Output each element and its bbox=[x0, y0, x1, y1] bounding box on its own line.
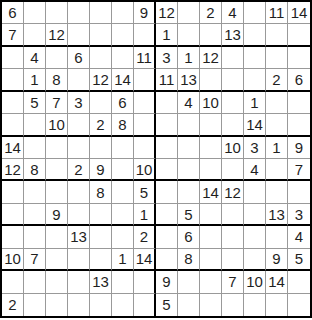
cell-r12-c6[interactable]: 1 bbox=[112, 249, 134, 271]
cell-r8-c5[interactable]: 9 bbox=[90, 159, 112, 181]
cell-r9-c1[interactable] bbox=[2, 181, 24, 203]
cell-r1-c13[interactable]: 11 bbox=[266, 2, 288, 24]
cell-r13-c4[interactable] bbox=[68, 271, 90, 293]
cell-r1-c12[interactable] bbox=[244, 2, 266, 24]
cell-r12-c2[interactable]: 7 bbox=[24, 249, 46, 271]
cell-r8-c13[interactable] bbox=[266, 159, 288, 181]
cell-r1-c4[interactable] bbox=[68, 2, 90, 24]
cell-r6-c9[interactable] bbox=[178, 114, 200, 136]
cell-r1-c2[interactable] bbox=[24, 2, 46, 24]
cell-r1-c9[interactable] bbox=[178, 2, 200, 24]
cell-r9-c3[interactable] bbox=[46, 181, 68, 203]
cell-r4-c3[interactable]: 8 bbox=[46, 69, 68, 91]
cell-r13-c13[interactable]: 14 bbox=[266, 271, 288, 293]
cell-r14-c9[interactable] bbox=[178, 294, 200, 316]
cell-r8-c12[interactable]: 4 bbox=[244, 159, 266, 181]
cell-r1-c10[interactable]: 2 bbox=[200, 2, 222, 24]
cell-r4-c4[interactable] bbox=[68, 69, 90, 91]
cell-r11-c7[interactable]: 2 bbox=[134, 226, 156, 248]
cell-r4-c5[interactable]: 12 bbox=[90, 69, 112, 91]
cell-r13-c2[interactable] bbox=[24, 271, 46, 293]
cell-r7-c11[interactable]: 10 bbox=[222, 137, 244, 159]
cell-r11-c12[interactable] bbox=[244, 226, 266, 248]
cell-r2-c12[interactable] bbox=[244, 24, 266, 46]
cell-r3-c4[interactable]: 6 bbox=[68, 47, 90, 69]
cell-r8-c10[interactable] bbox=[200, 159, 222, 181]
cell-r12-c11[interactable] bbox=[222, 249, 244, 271]
cell-r4-c12[interactable] bbox=[244, 69, 266, 91]
cell-r12-c4[interactable] bbox=[68, 249, 90, 271]
cell-r10-c7[interactable]: 1 bbox=[134, 204, 156, 226]
cell-r12-c12[interactable] bbox=[244, 249, 266, 271]
cell-r14-c5[interactable] bbox=[90, 294, 112, 316]
cell-r9-c12[interactable] bbox=[244, 181, 266, 203]
cell-r11-c5[interactable] bbox=[90, 226, 112, 248]
cell-r7-c2[interactable] bbox=[24, 137, 46, 159]
cell-r11-c4[interactable]: 13 bbox=[68, 226, 90, 248]
cell-r9-c6[interactable] bbox=[112, 181, 134, 203]
cell-r14-c6[interactable] bbox=[112, 294, 134, 316]
cell-r13-c8[interactable]: 9 bbox=[156, 271, 178, 293]
cell-r1-c7[interactable]: 9 bbox=[134, 2, 156, 24]
cell-r1-c6[interactable] bbox=[112, 2, 134, 24]
cell-r12-c1[interactable]: 10 bbox=[2, 249, 24, 271]
cell-r13-c5[interactable]: 13 bbox=[90, 271, 112, 293]
cell-r11-c13[interactable] bbox=[266, 226, 288, 248]
cell-r14-c4[interactable] bbox=[68, 294, 90, 316]
cell-r12-c9[interactable]: 8 bbox=[178, 249, 200, 271]
cell-r5-c12[interactable]: 1 bbox=[244, 92, 266, 114]
cell-r6-c7[interactable] bbox=[134, 114, 156, 136]
cell-r5-c6[interactable]: 6 bbox=[112, 92, 134, 114]
cell-r12-c14[interactable]: 5 bbox=[288, 249, 310, 271]
cell-r7-c8[interactable] bbox=[156, 137, 178, 159]
cell-r10-c5[interactable] bbox=[90, 204, 112, 226]
cell-r2-c9[interactable] bbox=[178, 24, 200, 46]
cell-r6-c11[interactable] bbox=[222, 114, 244, 136]
cell-r3-c12[interactable] bbox=[244, 47, 266, 69]
cell-r5-c1[interactable] bbox=[2, 92, 24, 114]
cell-r14-c2[interactable] bbox=[24, 294, 46, 316]
cell-r6-c8[interactable] bbox=[156, 114, 178, 136]
cell-r11-c3[interactable] bbox=[46, 226, 68, 248]
cell-r14-c14[interactable] bbox=[288, 294, 310, 316]
cell-r9-c4[interactable] bbox=[68, 181, 90, 203]
cell-r8-c3[interactable] bbox=[46, 159, 68, 181]
cell-r4-c14[interactable]: 6 bbox=[288, 69, 310, 91]
cell-r1-c14[interactable]: 14 bbox=[288, 2, 310, 24]
cell-r7-c12[interactable]: 3 bbox=[244, 137, 266, 159]
cell-r1-c5[interactable] bbox=[90, 2, 112, 24]
cell-r7-c7[interactable] bbox=[134, 137, 156, 159]
cell-r4-c2[interactable]: 1 bbox=[24, 69, 46, 91]
cell-r8-c9[interactable] bbox=[178, 159, 200, 181]
cell-r14-c3[interactable] bbox=[46, 294, 68, 316]
cell-r4-c6[interactable]: 14 bbox=[112, 69, 134, 91]
cell-r13-c11[interactable]: 7 bbox=[222, 271, 244, 293]
cell-r14-c8[interactable]: 5 bbox=[156, 294, 178, 316]
cell-r4-c8[interactable]: 11 bbox=[156, 69, 178, 91]
cell-r6-c6[interactable]: 8 bbox=[112, 114, 134, 136]
cell-r6-c4[interactable] bbox=[68, 114, 90, 136]
cell-r6-c2[interactable] bbox=[24, 114, 46, 136]
cell-r8-c14[interactable]: 7 bbox=[288, 159, 310, 181]
sudoku-board: 6912241114712113461131121812141113265736… bbox=[0, 0, 312, 318]
cell-r4-c11[interactable] bbox=[222, 69, 244, 91]
cell-r10-c2[interactable] bbox=[24, 204, 46, 226]
cell-r10-c6[interactable] bbox=[112, 204, 134, 226]
cell-r14-c10[interactable] bbox=[200, 294, 222, 316]
cell-r10-c4[interactable] bbox=[68, 204, 90, 226]
cell-r8-c6[interactable] bbox=[112, 159, 134, 181]
cell-r4-c9[interactable]: 13 bbox=[178, 69, 200, 91]
cell-r7-c4[interactable] bbox=[68, 137, 90, 159]
cell-r9-c2[interactable] bbox=[24, 181, 46, 203]
cell-r7-c10[interactable] bbox=[200, 137, 222, 159]
cell-r5-c4[interactable]: 3 bbox=[68, 92, 90, 114]
cell-r5-c9[interactable]: 4 bbox=[178, 92, 200, 114]
cell-r3-c6[interactable] bbox=[112, 47, 134, 69]
cell-r10-c14[interactable]: 3 bbox=[288, 204, 310, 226]
cell-r10-c11[interactable] bbox=[222, 204, 244, 226]
cell-r11-c1[interactable] bbox=[2, 226, 24, 248]
cell-r8-c7[interactable]: 10 bbox=[134, 159, 156, 181]
cell-r9-c10[interactable]: 14 bbox=[200, 181, 222, 203]
cell-r3-c9[interactable]: 1 bbox=[178, 47, 200, 69]
cell-r5-c13[interactable] bbox=[266, 92, 288, 114]
cell-r7-c6[interactable] bbox=[112, 137, 134, 159]
cell-r5-c7[interactable] bbox=[134, 92, 156, 114]
cell-r13-c9[interactable] bbox=[178, 271, 200, 293]
cell-r3-c8[interactable]: 3 bbox=[156, 47, 178, 69]
cell-r2-c5[interactable] bbox=[90, 24, 112, 46]
cell-r13-c7[interactable] bbox=[134, 271, 156, 293]
cell-r12-c10[interactable] bbox=[200, 249, 222, 271]
cell-r2-c13[interactable] bbox=[266, 24, 288, 46]
cell-r11-c10[interactable] bbox=[200, 226, 222, 248]
cell-r11-c6[interactable] bbox=[112, 226, 134, 248]
cell-r12-c8[interactable] bbox=[156, 249, 178, 271]
cell-r14-c13[interactable] bbox=[266, 294, 288, 316]
cell-r2-c1[interactable]: 7 bbox=[2, 24, 24, 46]
cell-r6-c1[interactable] bbox=[2, 114, 24, 136]
cell-r14-c12[interactable] bbox=[244, 294, 266, 316]
cell-r13-c3[interactable] bbox=[46, 271, 68, 293]
cell-r10-c3[interactable]: 9 bbox=[46, 204, 68, 226]
cell-r2-c10[interactable] bbox=[200, 24, 222, 46]
cell-r3-c10[interactable]: 12 bbox=[200, 47, 222, 69]
cell-r5-c8[interactable] bbox=[156, 92, 178, 114]
cell-r3-c11[interactable] bbox=[222, 47, 244, 69]
cell-r3-c2[interactable]: 4 bbox=[24, 47, 46, 69]
cell-r10-c13[interactable]: 13 bbox=[266, 204, 288, 226]
cell-r3-c7[interactable]: 11 bbox=[134, 47, 156, 69]
cell-r10-c1[interactable] bbox=[2, 204, 24, 226]
cell-r12-c7[interactable]: 14 bbox=[134, 249, 156, 271]
cell-r13-c14[interactable] bbox=[288, 271, 310, 293]
cell-r3-c3[interactable] bbox=[46, 47, 68, 69]
cell-r8-c1[interactable]: 12 bbox=[2, 159, 24, 181]
cell-r9-c9[interactable] bbox=[178, 181, 200, 203]
cell-r9-c5[interactable]: 8 bbox=[90, 181, 112, 203]
cell-r10-c9[interactable]: 5 bbox=[178, 204, 200, 226]
cell-r10-c12[interactable] bbox=[244, 204, 266, 226]
cell-r5-c3[interactable]: 7 bbox=[46, 92, 68, 114]
cell-r12-c3[interactable] bbox=[46, 249, 68, 271]
cell-r4-c7[interactable] bbox=[134, 69, 156, 91]
cell-r13-c12[interactable]: 10 bbox=[244, 271, 266, 293]
cell-r3-c1[interactable] bbox=[2, 47, 24, 69]
cell-r7-c3[interactable] bbox=[46, 137, 68, 159]
cell-r5-c10[interactable]: 10 bbox=[200, 92, 222, 114]
cell-r13-c10[interactable] bbox=[200, 271, 222, 293]
cell-r14-c7[interactable] bbox=[134, 294, 156, 316]
cell-r9-c11[interactable]: 12 bbox=[222, 181, 244, 203]
cell-r8-c11[interactable] bbox=[222, 159, 244, 181]
cell-r14-c1[interactable]: 2 bbox=[2, 294, 24, 316]
cell-r6-c10[interactable] bbox=[200, 114, 222, 136]
cell-r3-c5[interactable] bbox=[90, 47, 112, 69]
cell-r11-c11[interactable] bbox=[222, 226, 244, 248]
cell-r2-c8[interactable]: 1 bbox=[156, 24, 178, 46]
cell-r8-c8[interactable] bbox=[156, 159, 178, 181]
cell-r10-c10[interactable] bbox=[200, 204, 222, 226]
cell-r1-c11[interactable]: 4 bbox=[222, 2, 244, 24]
cell-r2-c11[interactable]: 13 bbox=[222, 24, 244, 46]
cell-r11-c2[interactable] bbox=[24, 226, 46, 248]
cell-r6-c13[interactable] bbox=[266, 114, 288, 136]
cell-r14-c11[interactable] bbox=[222, 294, 244, 316]
cell-r13-c1[interactable] bbox=[2, 271, 24, 293]
cell-r1-c1[interactable]: 6 bbox=[2, 2, 24, 24]
cell-r2-c2[interactable] bbox=[24, 24, 46, 46]
cell-r1-c8[interactable]: 12 bbox=[156, 2, 178, 24]
cell-r2-c14[interactable] bbox=[288, 24, 310, 46]
cell-r3-c14[interactable] bbox=[288, 47, 310, 69]
cell-r6-c14[interactable] bbox=[288, 114, 310, 136]
cell-r5-c2[interactable]: 5 bbox=[24, 92, 46, 114]
cell-r9-c14[interactable] bbox=[288, 181, 310, 203]
cell-r5-c11[interactable] bbox=[222, 92, 244, 114]
cell-r9-c7[interactable]: 5 bbox=[134, 181, 156, 203]
cell-r4-c10[interactable] bbox=[200, 69, 222, 91]
cell-r3-c13[interactable] bbox=[266, 47, 288, 69]
cell-r2-c7[interactable] bbox=[134, 24, 156, 46]
cell-r4-c13[interactable]: 2 bbox=[266, 69, 288, 91]
cell-r6-c12[interactable]: 14 bbox=[244, 114, 266, 136]
cell-r8-c4[interactable]: 2 bbox=[68, 159, 90, 181]
cell-r4-c1[interactable] bbox=[2, 69, 24, 91]
cell-r11-c14[interactable]: 4 bbox=[288, 226, 310, 248]
cell-r9-c8[interactable] bbox=[156, 181, 178, 203]
cell-r7-c14[interactable]: 9 bbox=[288, 137, 310, 159]
cell-r6-c3[interactable]: 10 bbox=[46, 114, 68, 136]
cell-r13-c6[interactable] bbox=[112, 271, 134, 293]
cell-r10-c8[interactable] bbox=[156, 204, 178, 226]
cell-r7-c13[interactable]: 1 bbox=[266, 137, 288, 159]
cell-r11-c9[interactable]: 6 bbox=[178, 226, 200, 248]
cell-r7-c5[interactable] bbox=[90, 137, 112, 159]
cell-r2-c6[interactable] bbox=[112, 24, 134, 46]
cell-r11-c8[interactable] bbox=[156, 226, 178, 248]
cell-r7-c9[interactable] bbox=[178, 137, 200, 159]
cell-r5-c14[interactable] bbox=[288, 92, 310, 114]
cell-r1-c3[interactable] bbox=[46, 2, 68, 24]
cell-r5-c5[interactable] bbox=[90, 92, 112, 114]
cell-r2-c3[interactable]: 12 bbox=[46, 24, 68, 46]
cell-r9-c13[interactable] bbox=[266, 181, 288, 203]
cell-r7-c1[interactable]: 14 bbox=[2, 137, 24, 159]
cell-r12-c13[interactable]: 9 bbox=[266, 249, 288, 271]
cell-r12-c5[interactable] bbox=[90, 249, 112, 271]
cell-r2-c4[interactable] bbox=[68, 24, 90, 46]
cell-r8-c2[interactable]: 8 bbox=[24, 159, 46, 181]
cell-r6-c5[interactable]: 2 bbox=[90, 114, 112, 136]
